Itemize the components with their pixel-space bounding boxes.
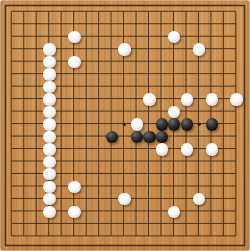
stone-white-R8[interactable] <box>206 143 218 155</box>
stone-white-D4[interactable] <box>43 193 55 205</box>
stone-white-F3[interactable] <box>68 206 80 218</box>
stone-white-K4[interactable] <box>118 193 130 205</box>
stone-white-D3[interactable] <box>43 206 55 218</box>
go-board[interactable] <box>0 0 250 251</box>
stone-white-D12[interactable] <box>43 93 55 105</box>
star-point <box>123 123 126 126</box>
stone-black-M9[interactable] <box>143 131 155 143</box>
stone-white-F15[interactable] <box>68 56 80 68</box>
stone-white-M12[interactable] <box>143 93 155 105</box>
stone-black-L9[interactable] <box>131 131 143 143</box>
stone-black-N10[interactable] <box>156 118 168 130</box>
stone-black-J9[interactable] <box>106 131 118 143</box>
stone-white-P12[interactable] <box>181 93 193 105</box>
stone-black-P10[interactable] <box>181 118 193 130</box>
go-app-window <box>0 0 250 251</box>
stone-white-D13[interactable] <box>43 81 55 93</box>
stone-black-R10[interactable] <box>206 118 218 130</box>
stone-white-Q16[interactable] <box>193 43 205 55</box>
stone-white-T12[interactable] <box>230 93 242 105</box>
stone-white-D8[interactable] <box>43 143 55 155</box>
stone-white-D10[interactable] <box>43 118 55 130</box>
stone-black-N9[interactable] <box>156 131 168 143</box>
stone-white-D16[interactable] <box>43 43 55 55</box>
stone-white-L10[interactable] <box>131 118 143 130</box>
star-point <box>198 123 201 126</box>
stone-white-D5[interactable] <box>43 181 55 193</box>
stone-white-N8[interactable] <box>156 143 168 155</box>
stone-white-D7[interactable] <box>43 156 55 168</box>
stone-white-K16[interactable] <box>118 43 130 55</box>
stone-white-P8[interactable] <box>181 143 193 155</box>
stone-white-D11[interactable] <box>43 106 55 118</box>
stone-white-D15[interactable] <box>43 56 55 68</box>
stone-white-F17[interactable] <box>68 31 80 43</box>
stone-white-R12[interactable] <box>206 93 218 105</box>
stone-white-D9[interactable] <box>43 131 55 143</box>
stone-white-F5[interactable] <box>68 181 80 193</box>
stone-white-D6[interactable] <box>43 168 55 180</box>
stone-white-D14[interactable] <box>43 68 55 80</box>
stone-black-O10[interactable] <box>168 118 180 130</box>
